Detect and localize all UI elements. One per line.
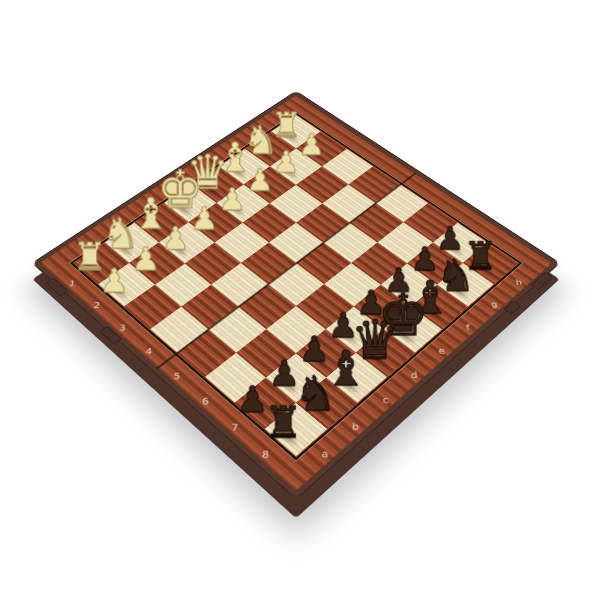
product-photo-scene: ♜♟♟♜♞♟♟♞♝♟♟♝♛♟♟♚♚♟♟♛♝♟♟♝♞♟♟♞♜♟♟♜ hgfedcb… (0, 0, 600, 600)
piece-shadow (443, 279, 474, 302)
piece-shadow (169, 199, 196, 219)
chess-board: ♜♟♟♜♞♟♟♞♝♟♟♝♛♟♟♚♚♟♟♛♝♟♟♝♞♟♟♞♜♟♟♜ hgfedcb… (32, 91, 561, 500)
square-b7[interactable]: ♟ (266, 353, 327, 403)
file-label: a (318, 448, 332, 459)
